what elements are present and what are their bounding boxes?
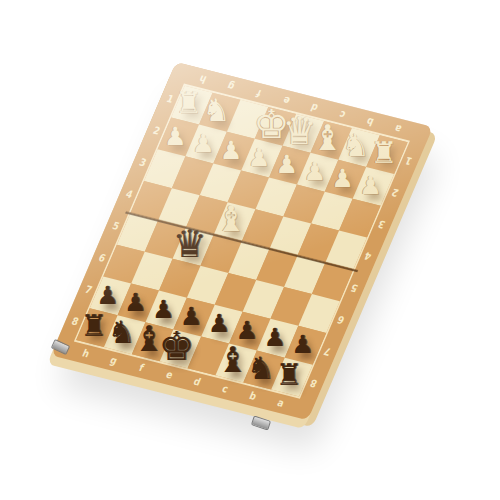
white-pawn-f2[interactable]: ♟	[220, 138, 242, 163]
black-knight-b8[interactable]: ♞	[247, 352, 275, 383]
bottom-metal-clasp-icon	[251, 415, 271, 430]
file-label-bottom-a: a	[264, 394, 297, 413]
white-rook-h1[interactable]: ♜	[175, 88, 202, 118]
file-label-bottom-b: b	[237, 387, 270, 406]
square-a1[interactable]: ♜	[366, 135, 407, 174]
square-a8[interactable]: ♜	[271, 358, 312, 397]
white-knight-b1[interactable]: ♞	[342, 130, 370, 161]
black-pawn-a7[interactable]: ♟	[291, 332, 313, 357]
file-label-bottom-h: h	[69, 344, 102, 363]
white-bishop-c1[interactable]: ♝	[312, 120, 343, 155]
black-pawn-b7[interactable]: ♟	[263, 325, 285, 350]
board-frame: ♜♞♚♛♝♞♜♟♟♟♟♟♟♟♟♝♛♟♟♟♟♟♟♟♟♜♞♝♚♝♞♜ hgfedcb…	[51, 62, 433, 420]
white-pawn-h2[interactable]: ♟	[164, 124, 186, 149]
black-rook-h8[interactable]: ♜	[80, 311, 107, 341]
black-king-e8[interactable]: ♚	[159, 326, 195, 366]
black-rook-a8[interactable]: ♜	[275, 360, 302, 390]
black-bishop-c8[interactable]: ♝	[217, 343, 248, 378]
black-knight-g8[interactable]: ♞	[108, 317, 136, 348]
file-label-bottom-g: g	[97, 352, 130, 371]
white-pawn-g2[interactable]: ♟	[192, 131, 214, 156]
file-label-bottom-d: d	[181, 373, 214, 392]
black-pawn-g7[interactable]: ♟	[124, 290, 146, 315]
square-a2[interactable]: ♟	[353, 167, 394, 206]
white-pawn-a2[interactable]: ♟	[359, 173, 381, 198]
white-bishop-e4[interactable]: ♝	[216, 202, 247, 237]
black-queen-f5[interactable]: ♛	[173, 225, 207, 263]
file-label-bottom-f: f	[125, 359, 158, 378]
black-pawn-h7[interactable]: ♟	[96, 283, 118, 308]
file-label-bottom-c: c	[209, 380, 242, 399]
white-knight-g1[interactable]: ♞	[203, 95, 231, 126]
white-pawn-e2[interactable]: ♟	[248, 145, 270, 170]
white-pawn-c2[interactable]: ♟	[303, 159, 325, 184]
black-pawn-d7[interactable]: ♟	[208, 311, 230, 336]
white-pawn-b2[interactable]: ♟	[331, 166, 353, 191]
white-pawn-d2[interactable]: ♟	[276, 152, 298, 177]
white-rook-a1[interactable]: ♜	[370, 138, 397, 168]
product-photo: ♜♞♚♛♝♞♜♟♟♟♟♟♟♟♟♝♛♟♟♟♟♟♟♟♟♜♞♝♚♝♞♜ hgfedcb…	[0, 0, 500, 500]
